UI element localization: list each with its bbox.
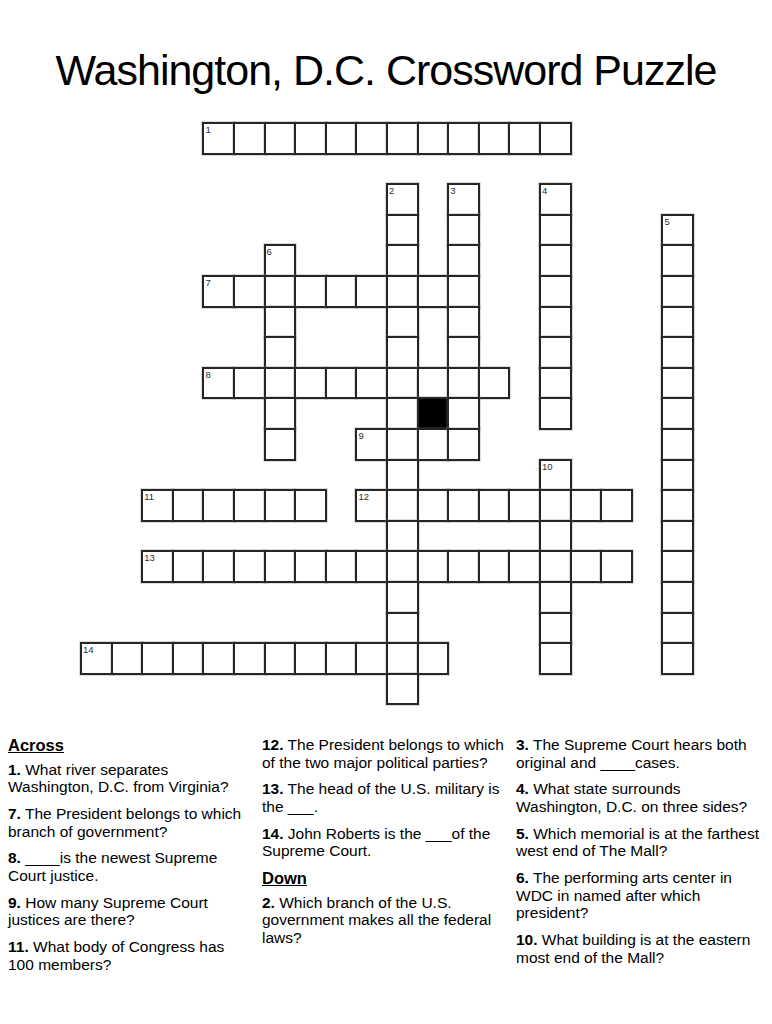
grid-cell-r17c3[interactable]: [172, 642, 205, 675]
grid-cell-r12c12[interactable]: [447, 489, 480, 522]
grid-cell-r0c5[interactable]: [233, 122, 266, 155]
grid-cell-r10c12[interactable]: [447, 428, 480, 461]
cell-number-13: 13: [144, 552, 155, 563]
clue-number: 7.: [8, 805, 21, 822]
clue-down-10: 10. What building is at the eastern most…: [516, 931, 768, 966]
page-title: Washington, D.C. Crossword Puzzle: [0, 46, 772, 95]
clues-column-2: 12. The President belongs to which of th…: [262, 736, 512, 956]
grid-cell-r4c12[interactable]: [447, 244, 480, 277]
grid-cell-r14c12[interactable]: [447, 550, 480, 583]
crossword-grid: 1234567891011121314: [80, 122, 695, 706]
grid-cell-r12c9[interactable]: 12: [355, 489, 388, 522]
grid-cell-r14c8[interactable]: [325, 550, 358, 583]
grid-cell-r7c15[interactable]: [539, 336, 572, 369]
grid-cell-r17c6[interactable]: [264, 642, 297, 675]
grid-cell-r8c13[interactable]: [478, 367, 511, 400]
grid-cell-r0c14[interactable]: [508, 122, 541, 155]
grid-cell-r17c1[interactable]: [111, 642, 144, 675]
grid-cell-r17c19[interactable]: [661, 642, 694, 675]
grid-cell-r17c7[interactable]: [294, 642, 327, 675]
grid-cell-r8c11[interactable]: [417, 367, 450, 400]
grid-cell-r14c14[interactable]: [508, 550, 541, 583]
grid-cell-r5c8[interactable]: [325, 275, 358, 308]
clue-number: 12.: [262, 736, 284, 753]
clue-number: 13.: [262, 780, 284, 797]
clue-down-5: 5. Which memorial is at the farthest wes…: [516, 825, 768, 860]
clue-number: 4.: [516, 780, 529, 797]
clue-number: 10.: [516, 931, 538, 948]
grid-cell-r12c14[interactable]: [508, 489, 541, 522]
grid-cell-r9c10[interactable]: [386, 397, 419, 430]
grid-cell-r14c9[interactable]: [355, 550, 388, 583]
clue-number: 8.: [8, 849, 21, 866]
across-heading: Across: [8, 736, 254, 755]
clue-across-11: 11. What body of Congress has 100 member…: [8, 938, 254, 973]
grid-cell-r16c10[interactable]: [386, 612, 419, 645]
grid-cell-r10c6[interactable]: [264, 428, 297, 461]
grid-cell-r12c3[interactable]: [172, 489, 205, 522]
grid-cell-r5c6[interactable]: [264, 275, 297, 308]
grid-cell-r9c19[interactable]: [661, 397, 694, 430]
grid-cell-r0c11[interactable]: [417, 122, 450, 155]
grid-cell-r8c4[interactable]: 8: [202, 367, 235, 400]
grid-cell-r2c12[interactable]: 3: [447, 183, 480, 216]
grid-cell-r8c5[interactable]: [233, 367, 266, 400]
grid-cell-r14c10[interactable]: [386, 550, 419, 583]
grid-cell-r17c5[interactable]: [233, 642, 266, 675]
grid-cell-r14c13[interactable]: [478, 550, 511, 583]
grid-cell-r17c4[interactable]: [202, 642, 235, 675]
clue-number: 3.: [516, 736, 529, 753]
grid-cell-r12c5[interactable]: [233, 489, 266, 522]
grid-cell-r14c4[interactable]: [202, 550, 235, 583]
grid-cell-r9c12[interactable]: [447, 397, 480, 430]
grid-cell-r11c19[interactable]: [661, 459, 694, 492]
grid-cell-r13c15[interactable]: [539, 520, 572, 553]
grid-cell-r5c11[interactable]: [417, 275, 450, 308]
grid-cell-r0c13[interactable]: [478, 122, 511, 155]
cell-number-6: 6: [267, 246, 272, 257]
clue-number: 14.: [262, 825, 284, 842]
grid-cell-r7c19[interactable]: [661, 336, 694, 369]
grid-cell-r3c12[interactable]: [447, 214, 480, 247]
clue-across-12: 12. The President belongs to which of th…: [262, 736, 512, 771]
grid-cell-r12c16[interactable]: [570, 489, 603, 522]
clue-number: 11.: [8, 938, 29, 955]
grid-cell-r9c15[interactable]: [539, 397, 572, 430]
grid-cell-r8c8[interactable]: [325, 367, 358, 400]
cell-number-11: 11: [144, 491, 154, 502]
grid-cell-r5c5[interactable]: [233, 275, 266, 308]
grid-cell-r8c6[interactable]: [264, 367, 297, 400]
grid-cell-r12c13[interactable]: [478, 489, 511, 522]
grid-cell-r12c6[interactable]: [264, 489, 297, 522]
grid-cell-r15c15[interactable]: [539, 581, 572, 614]
clue-across-7: 7. The President belongs to which branch…: [8, 805, 254, 840]
grid-cell-r16c19[interactable]: [661, 612, 694, 645]
grid-cell-r7c6[interactable]: [264, 336, 297, 369]
grid-cell-r0c9[interactable]: [355, 122, 388, 155]
clue-down-2: 2. Which branch of the U.S. government m…: [262, 894, 512, 947]
grid-cell-r15c19[interactable]: [661, 581, 694, 614]
grid-cell-r7c12[interactable]: [447, 336, 480, 369]
grid-cell-r8c10[interactable]: [386, 367, 419, 400]
clue-across-9: 9. How many Supreme Court justices are t…: [8, 894, 254, 929]
grid-cell-r16c15[interactable]: [539, 612, 572, 645]
grid-cell-r4c10[interactable]: [386, 244, 419, 277]
grid-cell-r5c7[interactable]: [294, 275, 327, 308]
grid-cell-r6c12[interactable]: [447, 306, 480, 339]
grid-cell-r11c15[interactable]: 10: [539, 459, 572, 492]
clue-across-8: 8. ____is the newest Supreme Court justi…: [8, 849, 254, 884]
grid-cell-r14c15[interactable]: [539, 550, 572, 583]
grid-cell-r14c19[interactable]: [661, 550, 694, 583]
grid-cell-r14c5[interactable]: [233, 550, 266, 583]
grid-cell-r14c3[interactable]: [172, 550, 205, 583]
grid-cell-r0c4[interactable]: 1: [202, 122, 235, 155]
grid-cell-r14c16[interactable]: [570, 550, 603, 583]
grid-cell-r6c6[interactable]: [264, 306, 297, 339]
cell-number-14: 14: [83, 644, 94, 655]
grid-cell-r4c6[interactable]: 6: [264, 244, 297, 277]
grid-cell-r5c10[interactable]: [386, 275, 419, 308]
clue-number: 2.: [262, 894, 275, 911]
grid-cell-r14c7[interactable]: [294, 550, 327, 583]
clues-column-3: 3. The Supreme Court hears both original…: [516, 736, 768, 975]
clues-column-1: Across1. What river separates Washington…: [8, 736, 254, 982]
grid-cell-r17c2[interactable]: [141, 642, 174, 675]
cell-number-3: 3: [450, 185, 455, 196]
grid-cell-r6c10[interactable]: [386, 306, 419, 339]
grid-cell-r0c6[interactable]: [264, 122, 297, 155]
grid-cell-r0c7[interactable]: [294, 122, 327, 155]
grid-cell-r6c19[interactable]: [661, 306, 694, 339]
grid-cell-r0c15[interactable]: [539, 122, 572, 155]
grid-cell-r5c12[interactable]: [447, 275, 480, 308]
grid-cell-r12c17[interactable]: [600, 489, 633, 522]
grid-cell-r0c12[interactable]: [447, 122, 480, 155]
cell-number-9: 9: [358, 430, 363, 441]
grid-cell-r0c8[interactable]: [325, 122, 358, 155]
clue-down-6: 6. The performing arts center in WDC in …: [516, 869, 768, 922]
grid-cell-r12c2[interactable]: 11: [141, 489, 174, 522]
down-heading: Down: [262, 869, 512, 888]
black-cell-r9c11: [417, 397, 450, 430]
crossword-page: Washington, D.C. Crossword Puzzle 123456…: [0, 0, 772, 1024]
grid-cell-r4c15[interactable]: [539, 244, 572, 277]
grid-cell-r14c6[interactable]: [264, 550, 297, 583]
grid-cell-r10c10[interactable]: [386, 428, 419, 461]
grid-cell-r10c11[interactable]: [417, 428, 450, 461]
cell-number-7: 7: [205, 277, 210, 288]
grid-cell-r0c10[interactable]: [386, 122, 419, 155]
grid-cell-r10c19[interactable]: [661, 428, 694, 461]
grid-cell-r8c7[interactable]: [294, 367, 327, 400]
clue-down-3: 3. The Supreme Court hears both original…: [516, 736, 768, 771]
clue-number: 9.: [8, 894, 21, 911]
grid-cell-r17c10[interactable]: [386, 642, 419, 675]
grid-cell-r17c8[interactable]: [325, 642, 358, 675]
grid-cell-r9c6[interactable]: [264, 397, 297, 430]
grid-cell-r2c10[interactable]: 2: [386, 183, 419, 216]
grid-cell-r5c19[interactable]: [661, 275, 694, 308]
grid-cell-r5c9[interactable]: [355, 275, 388, 308]
grid-cell-r5c4[interactable]: 7: [202, 275, 235, 308]
grid-cell-r7c10[interactable]: [386, 336, 419, 369]
grid-cell-r8c15[interactable]: [539, 367, 572, 400]
grid-cell-r6c15[interactable]: [539, 306, 572, 339]
grid-cell-r14c11[interactable]: [417, 550, 450, 583]
grid-cell-r14c2[interactable]: 13: [141, 550, 174, 583]
grid-cell-r2c15[interactable]: 4: [539, 183, 572, 216]
clue-number: 5.: [516, 825, 529, 842]
grid-cell-r18c10[interactable]: [386, 673, 419, 706]
cell-number-10: 10: [542, 461, 553, 472]
clue-number: 1.: [8, 761, 21, 778]
grid-cell-r12c10[interactable]: [386, 489, 419, 522]
grid-cell-r12c7[interactable]: [294, 489, 327, 522]
clue-across-14: 14. John Roberts is the ___of the Suprem…: [262, 825, 512, 860]
cell-number-2: 2: [389, 185, 394, 196]
grid-cell-r12c11[interactable]: [417, 489, 450, 522]
clue-across-13: 13. The head of the U.S. military is the…: [262, 780, 512, 815]
grid-cell-r3c15[interactable]: [539, 214, 572, 247]
clue-down-4: 4. What state surrounds Washington, D.C.…: [516, 780, 768, 815]
cell-number-4: 4: [542, 185, 547, 196]
grid-cell-r13c19[interactable]: [661, 520, 694, 553]
grid-cell-r17c0[interactable]: 14: [80, 642, 113, 675]
grid-cell-r12c15[interactable]: [539, 489, 572, 522]
grid-cell-r5c15[interactable]: [539, 275, 572, 308]
cell-number-1: 1: [205, 124, 210, 135]
grid-cell-r3c19[interactable]: 5: [661, 214, 694, 247]
grid-cell-r8c9[interactable]: [355, 367, 388, 400]
cell-number-5: 5: [664, 216, 669, 227]
clues-section: Across1. What river separates Washington…: [0, 736, 772, 1024]
grid-cell-r17c11[interactable]: [417, 642, 450, 675]
grid-cell-r10c9[interactable]: 9: [355, 428, 388, 461]
grid-cell-r8c12[interactable]: [447, 367, 480, 400]
grid-cell-r14c17[interactable]: [600, 550, 633, 583]
cell-number-8: 8: [205, 369, 210, 380]
cell-number-12: 12: [358, 491, 369, 502]
grid-cell-r17c15[interactable]: [539, 642, 572, 675]
grid-cell-r12c4[interactable]: [202, 489, 235, 522]
clue-across-1: 1. What river separates Washington, D.C.…: [8, 761, 254, 796]
grid-cell-r3c10[interactable]: [386, 214, 419, 247]
grid-cell-r4c19[interactable]: [661, 244, 694, 277]
grid-cell-r11c10[interactable]: [386, 459, 419, 492]
grid-cell-r17c9[interactable]: [355, 642, 388, 675]
grid-cell-r13c10[interactable]: [386, 520, 419, 553]
clue-number: 6.: [516, 869, 529, 886]
grid-cell-r12c19[interactable]: [661, 489, 694, 522]
grid-cell-r15c10[interactable]: [386, 581, 419, 614]
grid-cell-r8c19[interactable]: [661, 367, 694, 400]
